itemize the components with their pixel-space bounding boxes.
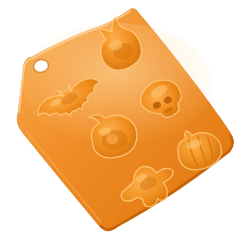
product-photo: Orange silicone Halloween baking mold wi…	[0, 0, 250, 250]
mold-photo-illustration: Orange silicone Halloween baking mold wi…	[0, 0, 250, 250]
